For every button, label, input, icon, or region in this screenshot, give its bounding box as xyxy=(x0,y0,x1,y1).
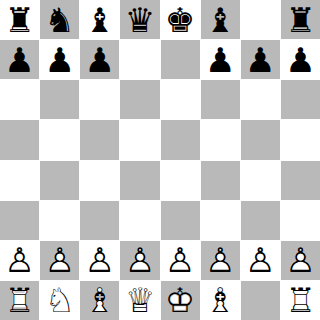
square-h1[interactable]: ♜♖ xyxy=(281,281,320,320)
piece-black-pawn: ♟ xyxy=(205,43,235,77)
black-pawn-glyph: ♟ xyxy=(44,43,74,77)
white-pawn-glyph: ♙ xyxy=(205,243,235,277)
square-f4[interactable] xyxy=(201,161,240,200)
black-bishop-glyph: ♝ xyxy=(205,3,235,37)
white-king-glyph: ♔ xyxy=(165,283,195,317)
white-knight-glyph: ♘ xyxy=(44,283,74,317)
square-h7[interactable]: ♟ xyxy=(281,40,320,79)
white-pawn-glyph: ♙ xyxy=(245,243,275,277)
square-b3[interactable] xyxy=(40,201,79,240)
square-e6[interactable] xyxy=(161,80,200,119)
black-knight-glyph: ♞ xyxy=(44,3,74,37)
square-f3[interactable] xyxy=(201,201,240,240)
piece-white-pawn: ♟♙ xyxy=(165,243,195,277)
square-d6[interactable] xyxy=(120,80,159,119)
piece-black-queen: ♛ xyxy=(125,3,155,37)
square-d3[interactable] xyxy=(120,201,159,240)
square-b1[interactable]: ♞♘ xyxy=(40,281,79,320)
square-d5[interactable] xyxy=(120,120,159,159)
square-c3[interactable] xyxy=(80,201,119,240)
piece-white-pawn: ♟♙ xyxy=(205,243,235,277)
square-a4[interactable] xyxy=(0,161,39,200)
white-queen-glyph: ♕ xyxy=(125,283,155,317)
square-g3[interactable] xyxy=(241,201,280,240)
square-g8[interactable] xyxy=(241,0,280,39)
white-bishop-glyph: ♗ xyxy=(205,283,235,317)
square-c1[interactable]: ♝♗ xyxy=(80,281,119,320)
piece-black-pawn: ♟ xyxy=(44,43,74,77)
piece-white-bishop: ♝♗ xyxy=(205,283,235,317)
piece-white-pawn: ♟♙ xyxy=(125,243,155,277)
square-g6[interactable] xyxy=(241,80,280,119)
black-king-glyph: ♚ xyxy=(165,3,195,37)
square-c7[interactable]: ♟ xyxy=(80,40,119,79)
piece-white-rook: ♜♖ xyxy=(4,283,34,317)
square-b7[interactable]: ♟ xyxy=(40,40,79,79)
piece-black-pawn: ♟ xyxy=(85,43,115,77)
piece-white-pawn: ♟♙ xyxy=(245,243,275,277)
piece-black-rook: ♜ xyxy=(4,3,34,37)
square-a6[interactable] xyxy=(0,80,39,119)
square-b6[interactable] xyxy=(40,80,79,119)
square-f8[interactable]: ♝ xyxy=(201,0,240,39)
square-b5[interactable] xyxy=(40,120,79,159)
square-f6[interactable] xyxy=(201,80,240,119)
white-rook-glyph: ♖ xyxy=(285,283,315,317)
white-rook-glyph: ♖ xyxy=(4,283,34,317)
square-b8[interactable]: ♞ xyxy=(40,0,79,39)
square-g2[interactable]: ♟♙ xyxy=(241,241,280,280)
piece-black-knight: ♞ xyxy=(44,3,74,37)
piece-white-pawn: ♟♙ xyxy=(44,243,74,277)
square-c5[interactable] xyxy=(80,120,119,159)
square-c2[interactable]: ♟♙ xyxy=(80,241,119,280)
square-c4[interactable] xyxy=(80,161,119,200)
black-bishop-glyph: ♝ xyxy=(85,3,115,37)
square-e1[interactable]: ♚♔ xyxy=(161,281,200,320)
square-a1[interactable]: ♜♖ xyxy=(0,281,39,320)
black-queen-glyph: ♛ xyxy=(125,3,155,37)
piece-white-queen: ♛♕ xyxy=(125,283,155,317)
black-rook-glyph: ♜ xyxy=(4,3,34,37)
piece-white-knight: ♞♘ xyxy=(44,283,74,317)
white-bishop-glyph: ♗ xyxy=(85,283,115,317)
square-e8[interactable]: ♚ xyxy=(161,0,200,39)
square-g4[interactable] xyxy=(241,161,280,200)
square-e2[interactable]: ♟♙ xyxy=(161,241,200,280)
square-b2[interactable]: ♟♙ xyxy=(40,241,79,280)
piece-black-pawn: ♟ xyxy=(285,43,315,77)
square-c6[interactable] xyxy=(80,80,119,119)
square-c8[interactable]: ♝ xyxy=(80,0,119,39)
square-h2[interactable]: ♟♙ xyxy=(281,241,320,280)
piece-black-rook: ♜ xyxy=(285,3,315,37)
square-a8[interactable]: ♜ xyxy=(0,0,39,39)
square-e4[interactable] xyxy=(161,161,200,200)
piece-black-bishop: ♝ xyxy=(205,3,235,37)
square-d1[interactable]: ♛♕ xyxy=(120,281,159,320)
chess-board: ♜♞♝♛♚♝♜♟♟♟♟♟♟♟♙♟♙♟♙♟♙♟♙♟♙♟♙♟♙♜♖♞♘♝♗♛♕♚♔♝… xyxy=(0,0,320,320)
square-e5[interactable] xyxy=(161,120,200,159)
square-f5[interactable] xyxy=(201,120,240,159)
piece-black-pawn: ♟ xyxy=(245,43,275,77)
black-pawn-glyph: ♟ xyxy=(205,43,235,77)
square-a5[interactable] xyxy=(0,120,39,159)
black-pawn-glyph: ♟ xyxy=(245,43,275,77)
black-pawn-glyph: ♟ xyxy=(85,43,115,77)
white-pawn-glyph: ♙ xyxy=(285,243,315,277)
square-h4[interactable] xyxy=(281,161,320,200)
square-b4[interactable] xyxy=(40,161,79,200)
square-d7[interactable] xyxy=(120,40,159,79)
square-e7[interactable] xyxy=(161,40,200,79)
piece-white-pawn: ♟♙ xyxy=(85,243,115,277)
square-h8[interactable]: ♜ xyxy=(281,0,320,39)
white-pawn-glyph: ♙ xyxy=(85,243,115,277)
square-g5[interactable] xyxy=(241,120,280,159)
square-a2[interactable]: ♟♙ xyxy=(0,241,39,280)
white-pawn-glyph: ♙ xyxy=(4,243,34,277)
square-d2[interactable]: ♟♙ xyxy=(120,241,159,280)
square-e3[interactable] xyxy=(161,201,200,240)
square-h3[interactable] xyxy=(281,201,320,240)
square-f2[interactable]: ♟♙ xyxy=(201,241,240,280)
piece-white-pawn: ♟♙ xyxy=(4,243,34,277)
square-a7[interactable]: ♟ xyxy=(0,40,39,79)
square-f7[interactable]: ♟ xyxy=(201,40,240,79)
piece-white-bishop: ♝♗ xyxy=(85,283,115,317)
black-pawn-glyph: ♟ xyxy=(285,43,315,77)
square-h6[interactable] xyxy=(281,80,320,119)
white-pawn-glyph: ♙ xyxy=(125,243,155,277)
piece-black-bishop: ♝ xyxy=(85,3,115,37)
piece-white-rook: ♜♖ xyxy=(285,283,315,317)
square-f1[interactable]: ♝♗ xyxy=(201,281,240,320)
white-pawn-glyph: ♙ xyxy=(44,243,74,277)
piece-white-king: ♚♔ xyxy=(165,283,195,317)
square-h5[interactable] xyxy=(281,120,320,159)
piece-black-king: ♚ xyxy=(165,3,195,37)
piece-white-pawn: ♟♙ xyxy=(285,243,315,277)
black-pawn-glyph: ♟ xyxy=(4,43,34,77)
square-g1[interactable] xyxy=(241,281,280,320)
square-d4[interactable] xyxy=(120,161,159,200)
square-a3[interactable] xyxy=(0,201,39,240)
white-pawn-glyph: ♙ xyxy=(165,243,195,277)
square-g7[interactable]: ♟ xyxy=(241,40,280,79)
square-d8[interactable]: ♛ xyxy=(120,0,159,39)
piece-black-pawn: ♟ xyxy=(4,43,34,77)
black-rook-glyph: ♜ xyxy=(285,3,315,37)
